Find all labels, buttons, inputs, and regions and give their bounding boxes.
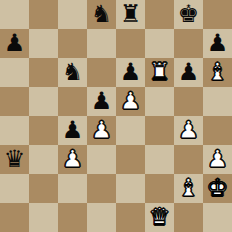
square-g7[interactable] bbox=[174, 29, 203, 58]
square-b6[interactable] bbox=[29, 58, 58, 87]
square-h1[interactable] bbox=[203, 203, 232, 232]
square-a4[interactable] bbox=[0, 116, 29, 145]
square-d8[interactable]: ♞ bbox=[87, 0, 116, 29]
black-knight[interactable]: ♞ bbox=[91, 0, 113, 29]
white-pawn[interactable]: ♟ bbox=[120, 87, 142, 116]
square-h2[interactable]: ♚ bbox=[203, 174, 232, 203]
white-bishop[interactable]: ♝ bbox=[178, 174, 200, 203]
black-pawn[interactable]: ♟ bbox=[207, 29, 229, 58]
square-b2[interactable] bbox=[29, 174, 58, 203]
square-a6[interactable] bbox=[0, 58, 29, 87]
black-pawn[interactable]: ♟ bbox=[62, 116, 84, 145]
square-e2[interactable] bbox=[116, 174, 145, 203]
black-pawn[interactable]: ♟ bbox=[178, 58, 200, 87]
square-c8[interactable] bbox=[58, 0, 87, 29]
square-b8[interactable] bbox=[29, 0, 58, 29]
square-d2[interactable] bbox=[87, 174, 116, 203]
square-b3[interactable] bbox=[29, 145, 58, 174]
square-e7[interactable] bbox=[116, 29, 145, 58]
square-b5[interactable] bbox=[29, 87, 58, 116]
square-f4[interactable] bbox=[145, 116, 174, 145]
square-e6[interactable]: ♟ bbox=[116, 58, 145, 87]
chess-board: ♞♜♚♟♟♞♟♜♟♝♟♟♟♟♟♛♟♟♝♚♛ bbox=[0, 0, 232, 232]
square-b4[interactable] bbox=[29, 116, 58, 145]
square-g6[interactable]: ♟ bbox=[174, 58, 203, 87]
square-h6[interactable]: ♝ bbox=[203, 58, 232, 87]
black-queen[interactable]: ♛ bbox=[4, 145, 26, 174]
white-pawn[interactable]: ♟ bbox=[62, 145, 84, 174]
square-f1[interactable]: ♛ bbox=[145, 203, 174, 232]
white-rook[interactable]: ♜ bbox=[149, 58, 171, 87]
square-e8[interactable]: ♜ bbox=[116, 0, 145, 29]
white-queen[interactable]: ♛ bbox=[149, 203, 171, 232]
black-pawn[interactable]: ♟ bbox=[4, 29, 26, 58]
square-g5[interactable] bbox=[174, 87, 203, 116]
square-g8[interactable]: ♚ bbox=[174, 0, 203, 29]
square-c3[interactable]: ♟ bbox=[58, 145, 87, 174]
square-f6[interactable]: ♜ bbox=[145, 58, 174, 87]
square-e1[interactable] bbox=[116, 203, 145, 232]
square-a8[interactable] bbox=[0, 0, 29, 29]
square-b7[interactable] bbox=[29, 29, 58, 58]
square-g3[interactable] bbox=[174, 145, 203, 174]
square-d6[interactable] bbox=[87, 58, 116, 87]
square-c4[interactable]: ♟ bbox=[58, 116, 87, 145]
square-f7[interactable] bbox=[145, 29, 174, 58]
black-pawn[interactable]: ♟ bbox=[120, 58, 142, 87]
square-g1[interactable] bbox=[174, 203, 203, 232]
black-king[interactable]: ♚ bbox=[178, 0, 200, 29]
black-pawn[interactable]: ♟ bbox=[91, 87, 113, 116]
square-d5[interactable]: ♟ bbox=[87, 87, 116, 116]
square-g4[interactable]: ♟ bbox=[174, 116, 203, 145]
square-d7[interactable] bbox=[87, 29, 116, 58]
square-a3[interactable]: ♛ bbox=[0, 145, 29, 174]
square-b1[interactable] bbox=[29, 203, 58, 232]
square-e5[interactable]: ♟ bbox=[116, 87, 145, 116]
white-pawn[interactable]: ♟ bbox=[178, 116, 200, 145]
white-pawn[interactable]: ♟ bbox=[207, 145, 229, 174]
square-g2[interactable]: ♝ bbox=[174, 174, 203, 203]
square-h7[interactable]: ♟ bbox=[203, 29, 232, 58]
square-d3[interactable] bbox=[87, 145, 116, 174]
square-f8[interactable] bbox=[145, 0, 174, 29]
white-king[interactable]: ♚ bbox=[207, 174, 229, 203]
square-f5[interactable] bbox=[145, 87, 174, 116]
square-h3[interactable]: ♟ bbox=[203, 145, 232, 174]
square-c5[interactable] bbox=[58, 87, 87, 116]
square-f2[interactable] bbox=[145, 174, 174, 203]
black-rook[interactable]: ♜ bbox=[120, 0, 142, 29]
black-knight[interactable]: ♞ bbox=[62, 58, 84, 87]
square-h4[interactable] bbox=[203, 116, 232, 145]
square-f3[interactable] bbox=[145, 145, 174, 174]
square-h5[interactable] bbox=[203, 87, 232, 116]
square-e4[interactable] bbox=[116, 116, 145, 145]
square-c2[interactable] bbox=[58, 174, 87, 203]
square-a1[interactable] bbox=[0, 203, 29, 232]
square-e3[interactable] bbox=[116, 145, 145, 174]
square-c7[interactable] bbox=[58, 29, 87, 58]
square-c6[interactable]: ♞ bbox=[58, 58, 87, 87]
white-pawn[interactable]: ♟ bbox=[91, 116, 113, 145]
square-c1[interactable] bbox=[58, 203, 87, 232]
square-h8[interactable] bbox=[203, 0, 232, 29]
white-bishop[interactable]: ♝ bbox=[207, 58, 229, 87]
square-a7[interactable]: ♟ bbox=[0, 29, 29, 58]
square-a5[interactable] bbox=[0, 87, 29, 116]
square-d4[interactable]: ♟ bbox=[87, 116, 116, 145]
square-d1[interactable] bbox=[87, 203, 116, 232]
square-a2[interactable] bbox=[0, 174, 29, 203]
